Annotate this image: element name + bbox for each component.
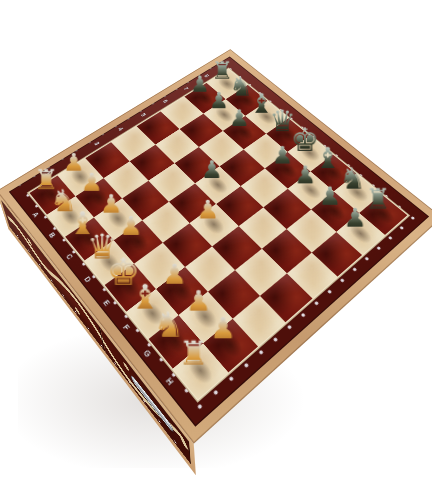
board-tilt-wrapper: ABCDEFGH 87654321 ♜♞♝♛♚♝♞♜♟♟♟♟♟♟♟♟♟♟♟♟♟♟… (0, 49, 432, 444)
wood-frame: ABCDEFGH 87654321 ♜♞♝♛♚♝♞♜♟♟♟♟♟♟♟♟♟♟♟♟♟♟… (0, 49, 432, 444)
square-c4[interactable] (149, 163, 195, 201)
coordinate-band: ABCDEFGH 87654321 ♜♞♝♛♚♝♞♜♟♟♟♟♟♟♟♟♟♟♟♟♟♟… (9, 57, 429, 427)
file-label-d: D (83, 275, 92, 283)
square-h5[interactable] (286, 252, 337, 299)
file-label-c: C (65, 253, 74, 261)
file-label-h: H (165, 376, 175, 386)
file-label-g: G (142, 348, 152, 358)
file-label-e: E (102, 299, 111, 307)
scene: ABCDEFGH 87654321 ♜♞♝♛♚♝♞♜♟♟♟♟♟♟♟♟♟♟♟♟♟♟… (0, 0, 432, 500)
black-pawn-d5[interactable]: ♟ (195, 153, 228, 188)
file-label-a: A (31, 211, 40, 218)
inner-cream-line: ♜♞♝♛♚♝♞♜♟♟♟♟♟♟♟♟♟♟♟♟♟♟♟♟♜♞♝♛♚♝♞♜ (27, 67, 411, 402)
file-label-b: B (48, 231, 57, 239)
black-pawn-h7[interactable]: ♟ (337, 200, 372, 237)
file-label-f: F (122, 323, 131, 332)
chess-set-photo: ABCDEFGH 87654321 ♜♞♝♛♚♝♞♜♟♟♟♟♟♟♟♟♟♟♟♟♟♟… (0, 0, 432, 500)
white-rook-h1[interactable]: ♜ (173, 333, 214, 376)
chess-board-grid: ♜♞♝♛♚♝♞♜♟♟♟♟♟♟♟♟♟♟♟♟♟♟♟♟♜♞♝♛♚♝♞♜ (29, 69, 407, 399)
white-pawn-e4[interactable]: ♟ (190, 191, 225, 228)
black-pawn-c7[interactable]: ♟ (223, 102, 254, 135)
drawer-seam (99, 327, 105, 352)
